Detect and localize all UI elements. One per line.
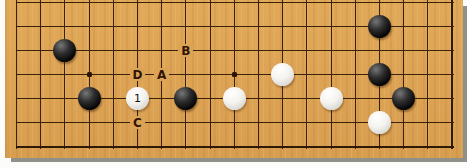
white-stone[interactable] — [271, 63, 294, 86]
white-stone[interactable] — [368, 111, 391, 134]
white-stone[interactable]: 1 — [126, 87, 149, 110]
point-label-d[interactable]: D — [130, 68, 145, 81]
white-stone[interactable] — [223, 87, 246, 110]
point-label-c[interactable]: C — [130, 116, 145, 129]
grid-line-horizontal — [16, 2, 454, 3]
white-stone[interactable] — [320, 87, 343, 110]
black-stone[interactable] — [392, 87, 415, 110]
grid-line-horizontal — [16, 50, 454, 51]
go-diagram-page: 1DABC — [0, 0, 467, 168]
black-stone[interactable] — [368, 63, 391, 86]
point-label-a[interactable]: A — [154, 68, 169, 81]
black-stone[interactable] — [53, 39, 76, 62]
point-label-b[interactable]: B — [178, 44, 193, 57]
black-stone[interactable] — [174, 87, 197, 110]
star-point — [87, 72, 92, 77]
grid-line-horizontal — [16, 146, 454, 148]
black-stone[interactable] — [368, 15, 391, 38]
move-number-label: 1 — [134, 93, 141, 104]
go-board[interactable]: 1DABC — [5, 0, 463, 158]
black-stone[interactable] — [78, 87, 101, 110]
star-point — [232, 72, 237, 77]
